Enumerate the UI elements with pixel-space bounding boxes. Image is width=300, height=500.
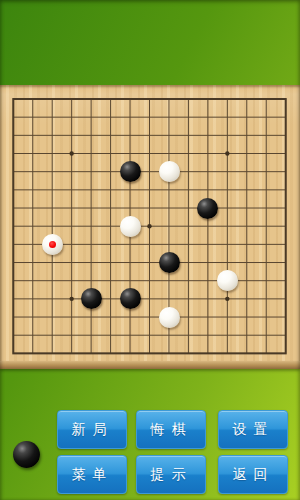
last-move-marker: [49, 241, 56, 248]
back-button[interactable]: 返回: [218, 455, 288, 494]
stone-black: [159, 252, 180, 273]
board-bottom-edge: [0, 361, 300, 369]
new-game-button[interactable]: 新局: [57, 410, 127, 449]
stone-black: [120, 161, 141, 182]
stone-white: [159, 161, 180, 182]
stone-black: [81, 288, 102, 309]
stone-white: [42, 234, 63, 255]
turn-indicator-black-stone: [13, 441, 40, 468]
app-screen: 新局 悔棋 设置 菜单 提示 返回: [0, 0, 300, 500]
stone-white: [217, 270, 238, 291]
stone-white: [120, 216, 141, 237]
stone-white: [159, 307, 180, 328]
board-grid: [0, 85, 300, 361]
stone-black: [197, 198, 218, 219]
menu-button[interactable]: 菜单: [57, 455, 127, 494]
settings-button[interactable]: 设置: [218, 410, 288, 449]
gomoku-board[interactable]: [0, 85, 300, 361]
undo-button[interactable]: 悔棋: [136, 410, 206, 449]
hint-button[interactable]: 提示: [136, 455, 206, 494]
stone-black: [120, 288, 141, 309]
